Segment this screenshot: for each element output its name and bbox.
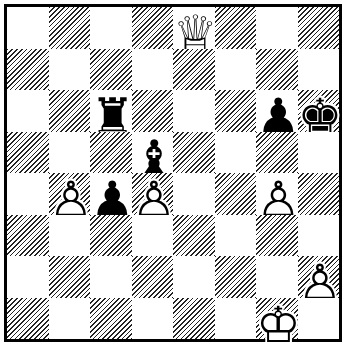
- square-b7[interactable]: [49, 49, 91, 91]
- square-d1[interactable]: [132, 298, 174, 340]
- square-h8[interactable]: [298, 7, 340, 49]
- square-e1[interactable]: [173, 298, 215, 340]
- square-b3[interactable]: [49, 215, 91, 257]
- square-g7[interactable]: [256, 49, 298, 91]
- square-b8[interactable]: [49, 7, 91, 49]
- square-e5[interactable]: [173, 132, 215, 174]
- square-a7[interactable]: [7, 49, 49, 91]
- square-h6[interactable]: ♚: [298, 90, 340, 132]
- square-f1[interactable]: [215, 298, 257, 340]
- square-c7[interactable]: [90, 49, 132, 91]
- square-g8[interactable]: [256, 7, 298, 49]
- square-d7[interactable]: [132, 49, 174, 91]
- square-b2[interactable]: [49, 256, 91, 298]
- square-b1[interactable]: [49, 298, 91, 340]
- square-e6[interactable]: [173, 90, 215, 132]
- square-c1[interactable]: [90, 298, 132, 340]
- square-h5[interactable]: [298, 132, 340, 174]
- square-e3[interactable]: [173, 215, 215, 257]
- square-a8[interactable]: [7, 7, 49, 49]
- square-h3[interactable]: [298, 215, 340, 257]
- black-pawn[interactable]: ♟: [90, 173, 132, 215]
- square-h2[interactable]: ♟♙: [298, 256, 340, 298]
- square-d4[interactable]: ♟♙: [132, 173, 174, 215]
- square-b5[interactable]: [49, 132, 91, 174]
- square-a1[interactable]: [7, 298, 49, 340]
- page-background: ♛♕♜♟♚♝♟♙♟♟♙♟♙♟♙♚♔: [0, 0, 350, 350]
- square-g4[interactable]: ♟♙: [256, 173, 298, 215]
- square-g2[interactable]: [256, 256, 298, 298]
- square-c8[interactable]: [90, 7, 132, 49]
- square-c6[interactable]: ♜: [90, 90, 132, 132]
- square-f6[interactable]: [215, 90, 257, 132]
- white-pawn[interactable]: ♟♙: [256, 173, 298, 215]
- square-f8[interactable]: [215, 7, 257, 49]
- square-g6[interactable]: ♟: [256, 90, 298, 132]
- square-e2[interactable]: [173, 256, 215, 298]
- square-e7[interactable]: [173, 49, 215, 91]
- square-f3[interactable]: [215, 215, 257, 257]
- square-b4[interactable]: ♟♙: [49, 173, 91, 215]
- white-pawn[interactable]: ♟♙: [298, 256, 340, 298]
- square-c3[interactable]: [90, 215, 132, 257]
- black-king[interactable]: ♚: [298, 90, 340, 132]
- black-rook[interactable]: ♜: [90, 90, 132, 132]
- chess-board: ♛♕♜♟♚♝♟♙♟♟♙♟♙♟♙♚♔: [7, 7, 339, 339]
- square-d5[interactable]: ♝: [132, 132, 174, 174]
- square-g1[interactable]: ♚♔: [256, 298, 298, 340]
- board-frame: ♛♕♜♟♚♝♟♙♟♟♙♟♙♟♙♚♔: [4, 4, 342, 342]
- square-a5[interactable]: [7, 132, 49, 174]
- square-g3[interactable]: [256, 215, 298, 257]
- white-pawn[interactable]: ♟♙: [49, 173, 91, 215]
- black-pawn[interactable]: ♟: [256, 90, 298, 132]
- square-a6[interactable]: [7, 90, 49, 132]
- square-f4[interactable]: [215, 173, 257, 215]
- square-b6[interactable]: [49, 90, 91, 132]
- black-bishop[interactable]: ♝: [132, 132, 174, 174]
- square-f7[interactable]: [215, 49, 257, 91]
- square-c2[interactable]: [90, 256, 132, 298]
- square-h1[interactable]: [298, 298, 340, 340]
- white-pawn[interactable]: ♟♙: [132, 173, 174, 215]
- square-g5[interactable]: [256, 132, 298, 174]
- square-e8[interactable]: ♛♕: [173, 7, 215, 49]
- square-a4[interactable]: [7, 173, 49, 215]
- piece-outline: ♔: [256, 300, 301, 350]
- white-queen[interactable]: ♛♕: [173, 7, 215, 49]
- square-c5[interactable]: [90, 132, 132, 174]
- square-d8[interactable]: [132, 7, 174, 49]
- square-d2[interactable]: [132, 256, 174, 298]
- square-f5[interactable]: [215, 132, 257, 174]
- square-h7[interactable]: [298, 49, 340, 91]
- square-d6[interactable]: [132, 90, 174, 132]
- white-king[interactable]: ♚♔: [256, 298, 298, 340]
- square-a2[interactable]: [7, 256, 49, 298]
- square-e4[interactable]: [173, 173, 215, 215]
- square-f2[interactable]: [215, 256, 257, 298]
- square-a3[interactable]: [7, 215, 49, 257]
- square-c4[interactable]: ♟: [90, 173, 132, 215]
- square-d3[interactable]: [132, 215, 174, 257]
- square-h4[interactable]: [298, 173, 340, 215]
